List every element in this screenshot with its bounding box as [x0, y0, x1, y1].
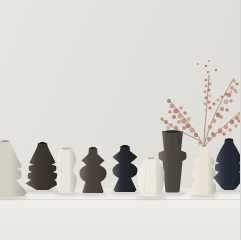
vase-2-espresso	[26, 142, 60, 190]
vase-3-mouth	[62, 148, 72, 150]
vases-illustration	[0, 0, 240, 240]
vase-6-chalk-white	[138, 157, 165, 196]
vase-3-ivory	[57, 148, 77, 194]
vase-5-black	[113, 145, 138, 192]
vase-2-mouth	[40, 142, 46, 144]
vase-9-mouth	[226, 138, 232, 140]
vase-1-mouth	[1, 140, 9, 142]
vase-9-ink-navy-cropped	[214, 138, 241, 190]
vase-5-mouth	[122, 145, 128, 147]
vase-8-mouth	[201, 145, 207, 147]
vase-1-greige-cropped	[0, 140, 27, 196]
vase-8-cream	[192, 145, 216, 195]
vase-4-dark-taupe	[80, 147, 107, 193]
still-life-photo	[0, 0, 240, 240]
vase-6-mouth	[147, 157, 154, 159]
vase-4-mouth	[90, 147, 96, 149]
